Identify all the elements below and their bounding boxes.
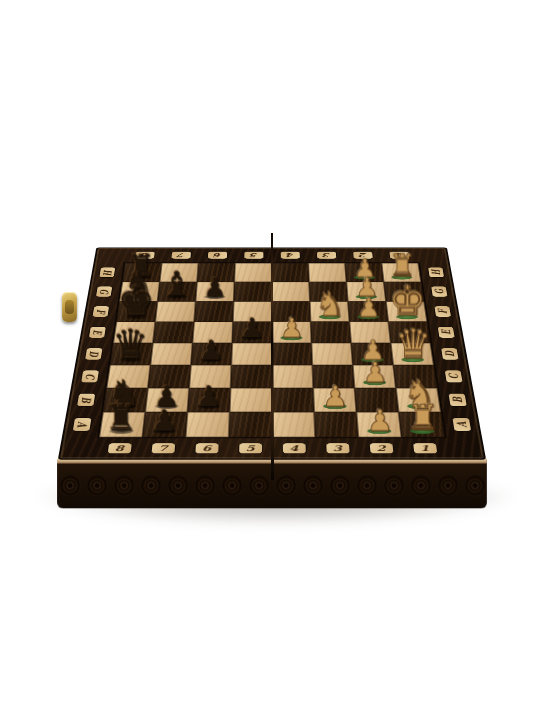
file-label-left-cell: G xyxy=(92,282,117,302)
rank-label-front-cell: 2 xyxy=(359,441,404,455)
square-h2: ♟ xyxy=(345,263,384,282)
file-label-left-cell: F xyxy=(88,301,113,321)
square-d7 xyxy=(150,343,192,365)
square-e5: ♟ xyxy=(232,322,272,343)
square-a4 xyxy=(272,412,315,437)
brass-latch-hook xyxy=(65,300,74,314)
file-label-left-cell: B xyxy=(72,388,100,412)
rank-label-front-6: 6 xyxy=(194,442,219,453)
square-a5 xyxy=(229,412,272,437)
felt-pad xyxy=(409,428,435,434)
square-c5 xyxy=(231,365,272,388)
square-c8 xyxy=(107,365,151,388)
rank-label-back-5: 5 xyxy=(243,251,264,259)
square-h1: ♜ xyxy=(382,263,421,282)
felt-pad xyxy=(401,357,426,363)
board-scene: 87654321 87654321 HGFEDCBA HGFEDCBA ♜♟♜♞… xyxy=(58,247,481,457)
rank-label-front-cell: 7 xyxy=(140,441,185,455)
file-label-left-cell: C xyxy=(76,365,103,388)
square-e2 xyxy=(349,322,390,343)
file-label-right-cell: B xyxy=(444,388,472,412)
rank-label-back-4: 4 xyxy=(279,251,300,259)
rank-label-back-cell: 8 xyxy=(126,250,164,260)
file-label-right-F: F xyxy=(433,305,452,317)
piece-shadow-pad xyxy=(240,335,263,340)
file-label-left-E: E xyxy=(88,326,107,338)
rank-label-front-8: 8 xyxy=(106,442,132,453)
square-a8: ♜ xyxy=(99,412,145,437)
rank-label-back-cell: 7 xyxy=(162,250,199,260)
file-label-left-A: A xyxy=(72,417,93,431)
rank-label-front-cell: 8 xyxy=(96,441,141,455)
file-label-left-C: C xyxy=(80,370,100,383)
file-label-right-C: C xyxy=(444,370,464,383)
square-b8: ♞ xyxy=(103,388,148,412)
square-d8: ♛ xyxy=(110,343,153,365)
square-b5 xyxy=(230,388,272,412)
rank-label-back-cell: 2 xyxy=(344,250,381,260)
rank-label-front-2: 2 xyxy=(368,442,394,453)
square-d6: ♟ xyxy=(191,343,232,365)
piece-shadow-pad xyxy=(128,294,151,299)
rank-label-back-cell: 6 xyxy=(199,250,236,260)
felt-pad xyxy=(318,314,341,319)
square-g8: ♞ xyxy=(119,282,159,302)
rank-label-back-3: 3 xyxy=(316,251,337,259)
rank-label-front-cell: 1 xyxy=(402,441,448,455)
square-g1 xyxy=(384,282,424,302)
square-f4 xyxy=(272,301,311,321)
square-f1: ♚ xyxy=(386,301,427,321)
file-label-left-cell: D xyxy=(81,343,107,365)
square-e7 xyxy=(153,322,194,343)
square-f3: ♞ xyxy=(310,301,350,321)
square-f6 xyxy=(194,301,234,321)
square-f5 xyxy=(233,301,272,321)
piece-shadow-pad xyxy=(130,275,153,280)
file-label-right-cell: D xyxy=(437,343,463,365)
square-a2: ♟ xyxy=(356,412,401,437)
square-f7 xyxy=(155,301,195,321)
rank-label-back-cell: 1 xyxy=(380,250,418,260)
piece-shadow-pad xyxy=(196,403,221,409)
rank-label-front-1: 1 xyxy=(412,442,438,453)
square-g5 xyxy=(234,282,272,302)
file-label-right-cell: C xyxy=(440,365,467,388)
square-c6 xyxy=(189,365,231,388)
square-b6: ♟ xyxy=(187,388,230,412)
square-c1 xyxy=(393,365,437,388)
square-b4 xyxy=(272,388,314,412)
rank-label-front-7: 7 xyxy=(150,442,176,453)
file-label-right-B: B xyxy=(447,393,467,407)
rank-label-front-cell: 4 xyxy=(272,441,316,455)
felt-pad xyxy=(357,314,380,319)
square-h8: ♜ xyxy=(122,263,161,282)
square-b3: ♟ xyxy=(313,388,356,412)
file-label-right-cell: A xyxy=(448,412,477,437)
square-h3 xyxy=(308,263,346,282)
square-d1: ♛ xyxy=(391,343,434,365)
rank-label-back-cell: 3 xyxy=(308,250,345,260)
square-b1: ♞ xyxy=(396,388,441,412)
black-pawn: ♟ xyxy=(232,315,272,342)
rank-label-back-cell: 4 xyxy=(272,250,309,260)
photo-background: 87654321 87654321 HGFEDCBA HGFEDCBA ♜♟♜♞… xyxy=(0,0,540,720)
rank-label-front-cell: 6 xyxy=(184,441,228,455)
square-b7: ♟ xyxy=(145,388,189,412)
piece-shadow-pad xyxy=(119,357,144,363)
felt-pad xyxy=(362,380,387,386)
rank-label-back-8: 8 xyxy=(134,251,156,259)
file-label-right-G: G xyxy=(430,286,448,297)
square-g3 xyxy=(309,282,348,302)
file-label-right-H: H xyxy=(427,267,445,278)
file-label-right-cell: F xyxy=(430,301,455,321)
rank-label-front-cell: 3 xyxy=(315,441,359,455)
piece-shadow-pad xyxy=(112,403,138,409)
file-label-right-cell: E xyxy=(433,322,459,343)
rank-label-front-4: 4 xyxy=(281,442,306,453)
square-h7 xyxy=(160,263,199,282)
felt-pad xyxy=(280,335,303,340)
felt-pad xyxy=(355,294,378,299)
square-g6: ♟ xyxy=(196,282,235,302)
rank-label-front-cell: 5 xyxy=(228,441,272,455)
black-queen: ♛ xyxy=(110,324,150,364)
square-a3 xyxy=(314,412,358,437)
felt-pad xyxy=(353,275,375,280)
file-label-left-cell: H xyxy=(95,263,119,282)
rank-label-front-3: 3 xyxy=(325,442,350,453)
square-e6 xyxy=(193,322,233,343)
square-f2: ♟ xyxy=(348,301,388,321)
file-label-right-E: E xyxy=(437,326,456,338)
file-label-left-G: G xyxy=(95,286,113,297)
square-g7: ♝ xyxy=(158,282,198,302)
square-d3 xyxy=(311,343,352,365)
piece-shadow-pad xyxy=(152,428,178,434)
file-label-right-A: A xyxy=(451,417,472,431)
rank-label-back-6: 6 xyxy=(207,251,228,259)
file-label-left-F: F xyxy=(92,305,111,317)
file-label-left-cell: A xyxy=(68,412,96,437)
square-d4 xyxy=(272,343,313,365)
rank-label-back-7: 7 xyxy=(170,251,191,259)
square-g2: ♟ xyxy=(346,282,386,302)
piece-shadow-pad xyxy=(125,314,149,319)
file-label-left-H: H xyxy=(98,267,116,278)
square-c4 xyxy=(272,365,313,388)
square-g4 xyxy=(272,282,310,302)
piece-shadow-pad xyxy=(154,403,179,409)
white-pawn: ♟ xyxy=(272,315,312,342)
felt-pad xyxy=(360,357,384,363)
square-a7: ♟ xyxy=(142,412,187,437)
square-d5 xyxy=(231,343,271,365)
rank-label-back-2: 2 xyxy=(352,251,373,259)
square-a1: ♜ xyxy=(399,412,445,437)
square-h5 xyxy=(234,263,271,282)
rank-label-back-cell: 5 xyxy=(235,250,272,260)
file-label-right-cell: G xyxy=(427,282,452,302)
rank-label-back-1: 1 xyxy=(388,251,410,259)
piece-shadow-pad xyxy=(199,357,223,363)
square-e4: ♟ xyxy=(272,322,312,343)
felt-pad xyxy=(391,275,414,280)
square-h4 xyxy=(272,263,309,282)
felt-pad xyxy=(366,428,392,434)
file-label-left-D: D xyxy=(84,347,103,360)
piece-shadow-pad xyxy=(204,294,227,299)
square-c3 xyxy=(312,365,354,388)
brass-latch-icon xyxy=(62,292,77,322)
white-queen: ♛ xyxy=(393,324,433,364)
file-label-left-cell: E xyxy=(84,322,110,343)
file-label-right-D: D xyxy=(440,347,459,360)
piece-shadow-pad xyxy=(108,428,134,434)
chess-board-frame: 87654321 87654321 HGFEDCBA HGFEDCBA ♜♟♜♞… xyxy=(58,247,486,459)
square-c7 xyxy=(148,365,191,388)
square-h6 xyxy=(197,263,235,282)
square-b2 xyxy=(355,388,399,412)
square-a6 xyxy=(186,412,230,437)
felt-pad xyxy=(406,403,432,409)
square-d2: ♟ xyxy=(351,343,393,365)
square-f8: ♚ xyxy=(116,301,157,321)
file-label-left-B: B xyxy=(76,393,96,407)
felt-pad xyxy=(322,403,347,409)
square-e1 xyxy=(388,322,430,343)
felt-pad xyxy=(395,314,419,319)
file-label-right-cell: H xyxy=(424,263,448,282)
square-c2: ♟ xyxy=(353,365,396,388)
piece-shadow-pad xyxy=(166,294,189,299)
square-e3 xyxy=(311,322,351,343)
rank-label-front-5: 5 xyxy=(238,442,263,453)
square-e8 xyxy=(113,322,155,343)
